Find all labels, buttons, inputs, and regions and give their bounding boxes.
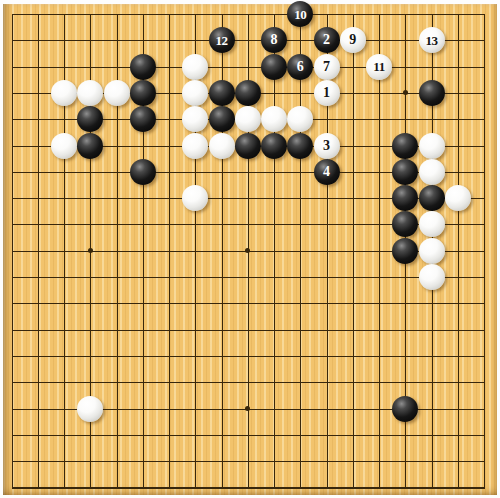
stone-white xyxy=(182,185,208,211)
stone-white xyxy=(235,106,261,132)
stone-white xyxy=(182,133,208,159)
stone-white xyxy=(182,54,208,80)
stone-white-move-13: 13 xyxy=(419,27,445,53)
stone-white-move-1: 1 xyxy=(314,80,340,106)
stone-white-move-7: 7 xyxy=(314,54,340,80)
go-board[interactable]: 1012829136711134 xyxy=(3,4,497,495)
stone-black xyxy=(209,80,235,106)
stone-white xyxy=(209,133,235,159)
stone-white-move-9: 9 xyxy=(340,27,366,53)
go-diagram-page: 1012829136711134 xyxy=(0,0,500,498)
stone-black xyxy=(392,211,418,237)
stone-black xyxy=(392,185,418,211)
stone-white-move-3: 3 xyxy=(314,133,340,159)
stone-black xyxy=(419,80,445,106)
stone-black xyxy=(77,106,103,132)
stone-black xyxy=(130,80,156,106)
stone-white xyxy=(445,185,471,211)
stone-white xyxy=(419,133,445,159)
stone-white xyxy=(419,264,445,290)
stone-black xyxy=(392,159,418,185)
stone-black xyxy=(261,133,287,159)
stone-black xyxy=(209,106,235,132)
stone-black xyxy=(130,106,156,132)
stones-layer: 1012829136711134 xyxy=(3,4,497,495)
stone-white xyxy=(182,80,208,106)
stone-black xyxy=(77,133,103,159)
stone-white xyxy=(77,396,103,422)
stone-black xyxy=(235,133,261,159)
stone-black xyxy=(392,396,418,422)
stone-white xyxy=(182,106,208,132)
stone-white xyxy=(287,106,313,132)
stone-black-move-10: 10 xyxy=(287,1,313,27)
stone-black xyxy=(419,185,445,211)
stone-black xyxy=(392,238,418,264)
stone-white xyxy=(104,80,130,106)
stone-black-move-8: 8 xyxy=(261,27,287,53)
stone-white xyxy=(77,80,103,106)
stone-black xyxy=(130,159,156,185)
stone-black-move-4: 4 xyxy=(314,159,340,185)
stone-black xyxy=(392,133,418,159)
stone-white xyxy=(419,238,445,264)
stone-white xyxy=(261,106,287,132)
stone-white xyxy=(419,159,445,185)
stone-white xyxy=(51,133,77,159)
stone-black-move-6: 6 xyxy=(287,54,313,80)
stone-black xyxy=(235,80,261,106)
stone-black-move-12: 12 xyxy=(209,27,235,53)
stone-black xyxy=(130,54,156,80)
stone-white xyxy=(51,80,77,106)
stone-white-move-11: 11 xyxy=(366,54,392,80)
stone-black-move-2: 2 xyxy=(314,27,340,53)
stone-black xyxy=(261,54,287,80)
stone-white xyxy=(419,211,445,237)
stone-black xyxy=(287,133,313,159)
